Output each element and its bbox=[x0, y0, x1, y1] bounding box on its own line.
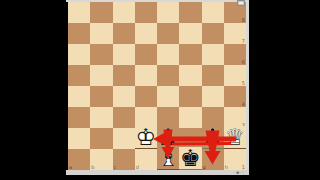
square-f1[interactable]: f♚ bbox=[179, 149, 201, 170]
piece-white-bishop-icon[interactable]: ♝♗ bbox=[157, 147, 179, 168]
square-a5[interactable] bbox=[68, 65, 90, 86]
square-f7[interactable] bbox=[179, 23, 201, 44]
piece-white-queen-icon[interactable]: ♛♕ bbox=[224, 126, 246, 147]
square-d5[interactable] bbox=[135, 65, 157, 86]
square-c7[interactable] bbox=[113, 23, 135, 44]
square-g2[interactable]: ♟ bbox=[202, 128, 224, 149]
square-g4[interactable] bbox=[202, 86, 224, 107]
square-g1[interactable]: g bbox=[202, 149, 224, 170]
square-f6[interactable] bbox=[179, 44, 201, 65]
square-d8[interactable] bbox=[135, 2, 157, 23]
file-label: g bbox=[203, 164, 206, 170]
square-a3[interactable] bbox=[68, 107, 90, 128]
square-d2[interactable]: ♚♔ bbox=[135, 128, 157, 149]
square-h6[interactable]: 6 bbox=[224, 44, 246, 65]
square-d7[interactable] bbox=[135, 23, 157, 44]
square-d6[interactable] bbox=[135, 44, 157, 65]
square-c3[interactable] bbox=[113, 107, 135, 128]
square-g7[interactable] bbox=[202, 23, 224, 44]
square-e5[interactable] bbox=[157, 65, 179, 86]
square-a1[interactable]: a bbox=[68, 149, 90, 170]
square-a6[interactable] bbox=[68, 44, 90, 65]
square-f8[interactable] bbox=[179, 2, 201, 23]
file-label: a bbox=[69, 164, 72, 170]
square-c5[interactable] bbox=[113, 65, 135, 86]
square-g5[interactable] bbox=[202, 65, 224, 86]
piece-black-king-icon[interactable]: ♚ bbox=[179, 147, 201, 168]
square-a8[interactable] bbox=[68, 2, 90, 23]
square-g8[interactable] bbox=[202, 2, 224, 23]
square-c8[interactable] bbox=[113, 2, 135, 23]
app-icon[interactable] bbox=[237, 0, 245, 6]
square-e7[interactable] bbox=[157, 23, 179, 44]
square-c1[interactable]: c bbox=[113, 149, 135, 170]
square-a2[interactable] bbox=[68, 128, 90, 149]
square-e8[interactable] bbox=[157, 2, 179, 23]
file-label: c bbox=[114, 164, 117, 170]
piece-white-king-icon[interactable]: ♚♔ bbox=[135, 126, 157, 147]
file-label: h bbox=[225, 164, 228, 170]
square-f5[interactable] bbox=[179, 65, 201, 86]
square-h2[interactable]: 2♛♕ bbox=[224, 128, 246, 149]
video-frame: ·≡·⁚ 876543♚♔♟♟2♛♕abcde♝♗f♚g1h bbox=[0, 0, 320, 180]
watermark: ·≡·⁚ bbox=[234, 170, 245, 175]
square-c2[interactable] bbox=[113, 128, 135, 149]
square-c6[interactable] bbox=[113, 44, 135, 65]
square-b5[interactable] bbox=[90, 65, 112, 86]
piece-black-pawn-icon[interactable]: ♟ bbox=[157, 126, 179, 147]
square-h4[interactable]: 4 bbox=[224, 86, 246, 107]
square-h1[interactable]: 1h bbox=[224, 149, 246, 170]
square-d4[interactable] bbox=[135, 86, 157, 107]
square-b8[interactable] bbox=[90, 2, 112, 23]
square-a7[interactable] bbox=[68, 23, 90, 44]
square-h5[interactable]: 5 bbox=[224, 65, 246, 86]
square-f4[interactable] bbox=[179, 86, 201, 107]
square-e4[interactable] bbox=[157, 86, 179, 107]
square-b7[interactable] bbox=[90, 23, 112, 44]
square-b3[interactable] bbox=[90, 107, 112, 128]
square-e6[interactable] bbox=[157, 44, 179, 65]
square-g6[interactable] bbox=[202, 44, 224, 65]
chess-board: 876543♚♔♟♟2♛♕abcde♝♗f♚g1h bbox=[68, 2, 246, 170]
square-b4[interactable] bbox=[90, 86, 112, 107]
square-c4[interactable] bbox=[113, 86, 135, 107]
square-h7[interactable]: 7 bbox=[224, 23, 246, 44]
file-label: b bbox=[91, 164, 94, 170]
app-icon-glyph bbox=[239, 2, 243, 4]
square-b1[interactable]: b bbox=[90, 149, 112, 170]
square-f3[interactable] bbox=[179, 107, 201, 128]
square-d1[interactable]: d bbox=[135, 149, 157, 170]
piece-black-pawn-icon[interactable]: ♟ bbox=[202, 126, 224, 147]
square-b2[interactable] bbox=[90, 128, 112, 149]
board-frame-right bbox=[246, 0, 249, 174]
rank-label: 1 bbox=[242, 164, 245, 170]
file-label: d bbox=[136, 164, 139, 170]
square-a4[interactable] bbox=[68, 86, 90, 107]
square-b6[interactable] bbox=[90, 44, 112, 65]
square-e1[interactable]: e♝♗ bbox=[157, 149, 179, 170]
